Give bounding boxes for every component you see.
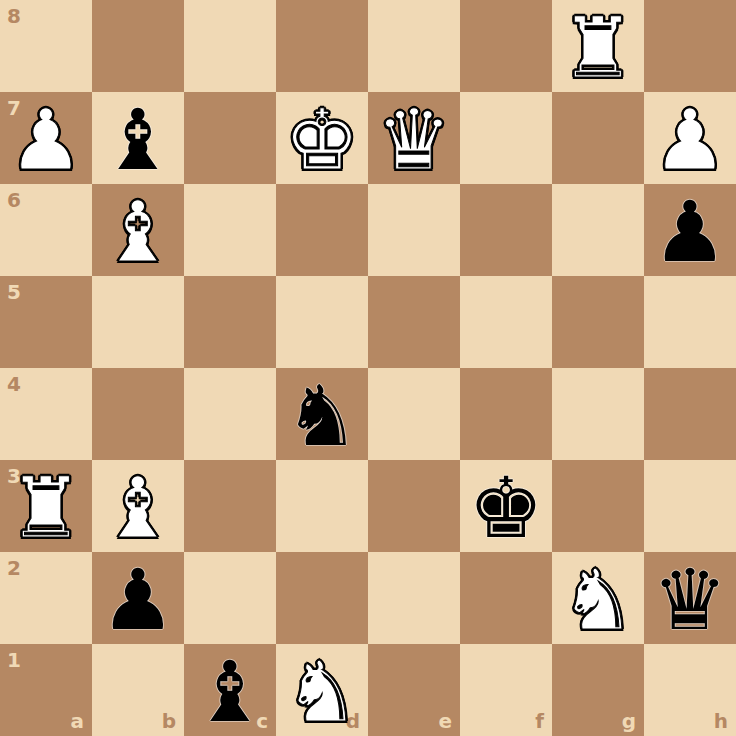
rank-label-8: 8: [7, 6, 21, 26]
square-d4[interactable]: ♞: [276, 368, 368, 460]
square-f1[interactable]: f: [460, 644, 552, 736]
square-d7[interactable]: ♚: [276, 92, 368, 184]
square-d6[interactable]: [276, 184, 368, 276]
square-a5[interactable]: 5: [0, 276, 92, 368]
white-pawn-icon[interactable]: ♟: [652, 98, 727, 182]
square-c1[interactable]: c♝: [184, 644, 276, 736]
square-c3[interactable]: [184, 460, 276, 552]
square-f7[interactable]: [460, 92, 552, 184]
square-h3[interactable]: [644, 460, 736, 552]
square-c4[interactable]: [184, 368, 276, 460]
square-b3[interactable]: ♝: [92, 460, 184, 552]
black-bishop-icon[interactable]: ♝: [100, 98, 175, 182]
file-label-a: a: [71, 711, 85, 731]
square-f5[interactable]: [460, 276, 552, 368]
file-label-f: f: [535, 711, 544, 731]
square-a4[interactable]: 4: [0, 368, 92, 460]
square-d3[interactable]: [276, 460, 368, 552]
rank-label-1: 1: [7, 650, 21, 670]
square-d2[interactable]: [276, 552, 368, 644]
black-pawn-icon[interactable]: ♟: [652, 190, 727, 274]
square-f6[interactable]: [460, 184, 552, 276]
square-e4[interactable]: [368, 368, 460, 460]
square-b7[interactable]: ♝: [92, 92, 184, 184]
square-a7[interactable]: 7♟: [0, 92, 92, 184]
square-h4[interactable]: [644, 368, 736, 460]
file-label-g: g: [622, 711, 636, 731]
white-bishop-icon[interactable]: ♝: [100, 190, 175, 274]
square-g6[interactable]: [552, 184, 644, 276]
square-f4[interactable]: [460, 368, 552, 460]
white-king-icon[interactable]: ♚: [284, 98, 359, 182]
square-f3[interactable]: ♚: [460, 460, 552, 552]
square-b6[interactable]: ♝: [92, 184, 184, 276]
square-g5[interactable]: [552, 276, 644, 368]
rank-label-5: 5: [7, 282, 21, 302]
square-g3[interactable]: [552, 460, 644, 552]
rank-label-2: 2: [7, 558, 21, 578]
white-pawn-icon[interactable]: ♟: [8, 98, 83, 182]
black-queen-icon[interactable]: ♛: [652, 558, 727, 642]
white-bishop-icon[interactable]: ♝: [100, 466, 175, 550]
white-queen-icon[interactable]: ♛: [376, 98, 451, 182]
square-e7[interactable]: ♛: [368, 92, 460, 184]
black-pawn-icon[interactable]: ♟: [100, 558, 175, 642]
black-knight-icon[interactable]: ♞: [284, 374, 359, 458]
white-knight-icon[interactable]: ♞: [560, 558, 635, 642]
square-g7[interactable]: [552, 92, 644, 184]
square-b1[interactable]: b: [92, 644, 184, 736]
square-e1[interactable]: e: [368, 644, 460, 736]
file-label-e: e: [438, 711, 452, 731]
square-d1[interactable]: d♞: [276, 644, 368, 736]
black-bishop-icon[interactable]: ♝: [192, 650, 267, 734]
square-d5[interactable]: [276, 276, 368, 368]
file-label-h: h: [714, 711, 728, 731]
square-h8[interactable]: [644, 0, 736, 92]
square-c8[interactable]: [184, 0, 276, 92]
square-e3[interactable]: [368, 460, 460, 552]
rank-label-4: 4: [7, 374, 21, 394]
square-c5[interactable]: [184, 276, 276, 368]
square-g1[interactable]: g: [552, 644, 644, 736]
square-e8[interactable]: [368, 0, 460, 92]
square-b5[interactable]: [92, 276, 184, 368]
square-g2[interactable]: ♞: [552, 552, 644, 644]
square-f2[interactable]: [460, 552, 552, 644]
square-h6[interactable]: ♟: [644, 184, 736, 276]
square-e5[interactable]: [368, 276, 460, 368]
square-a8[interactable]: 8: [0, 0, 92, 92]
square-a1[interactable]: 1a: [0, 644, 92, 736]
square-a6[interactable]: 6: [0, 184, 92, 276]
square-f8[interactable]: [460, 0, 552, 92]
square-h1[interactable]: h: [644, 644, 736, 736]
rank-label-6: 6: [7, 190, 21, 210]
square-b2[interactable]: ♟: [92, 552, 184, 644]
white-knight-icon[interactable]: ♞: [284, 650, 359, 734]
square-c6[interactable]: [184, 184, 276, 276]
square-h5[interactable]: [644, 276, 736, 368]
square-c7[interactable]: [184, 92, 276, 184]
square-b4[interactable]: [92, 368, 184, 460]
white-rook-icon[interactable]: ♜: [8, 466, 83, 550]
chess-board: 8♜7♟♝♚♛♟6♝♟54♞3♜♝♚2♟♞♛1abc♝d♞efgh: [0, 0, 736, 736]
square-h7[interactable]: ♟: [644, 92, 736, 184]
square-b8[interactable]: [92, 0, 184, 92]
square-d8[interactable]: [276, 0, 368, 92]
square-g4[interactable]: [552, 368, 644, 460]
square-g8[interactable]: ♜: [552, 0, 644, 92]
file-label-b: b: [162, 711, 176, 731]
white-rook-icon[interactable]: ♜: [560, 6, 635, 90]
square-a2[interactable]: 2: [0, 552, 92, 644]
square-c2[interactable]: [184, 552, 276, 644]
square-e2[interactable]: [368, 552, 460, 644]
square-h2[interactable]: ♛: [644, 552, 736, 644]
square-a3[interactable]: 3♜: [0, 460, 92, 552]
square-e6[interactable]: [368, 184, 460, 276]
black-king-icon[interactable]: ♚: [468, 466, 543, 550]
